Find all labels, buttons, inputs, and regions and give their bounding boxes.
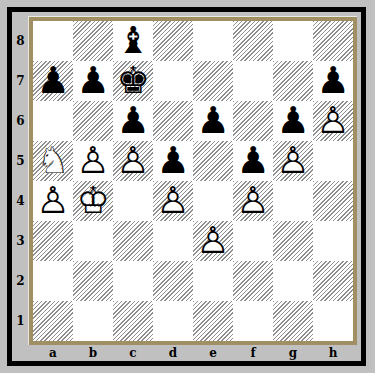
file-label-b: b [73,346,113,360]
square-b7[interactable]: ♟ [73,61,113,101]
white-pawn-piece[interactable]: ♟♙ [153,181,193,221]
black-pawn-piece[interactable]: ♟ [273,101,313,141]
square-a3[interactable] [33,221,73,261]
square-e4[interactable] [193,181,233,221]
white-pawn-piece[interactable]: ♟♙ [193,221,233,261]
file-labels: abcdefgh [33,346,353,360]
pawn-solid-layer-icon: ♟ [113,100,153,140]
square-d7[interactable] [153,61,193,101]
king-outline-layer-icon: ♔ [73,180,113,220]
square-f4[interactable]: ♟♙ [233,181,273,221]
black-pawn-piece[interactable]: ♟ [113,101,153,141]
square-h6[interactable]: ♟♙ [313,101,353,141]
file-label-h: h [313,346,353,360]
square-g7[interactable] [273,61,313,101]
square-b3[interactable] [73,221,113,261]
white-knight-piece[interactable]: ♞♘ [33,141,73,181]
pawn-solid-layer-icon: ♟ [33,60,73,100]
white-king-piece[interactable]: ♚♔ [73,181,113,221]
chess-diagram: 87654321 abcdefgh ♝♟♟♚♟♟♟♟♟♙♞♘♟♙♟♙♟♟♟♙♟♙… [0,0,375,373]
board-frame: ♝♟♟♚♟♟♟♟♟♙♞♘♟♙♟♙♟♟♟♙♟♙♚♔♟♙♟♙♟♙ [29,17,357,345]
square-c3[interactable] [113,221,153,261]
square-c1[interactable] [113,301,153,341]
square-a7[interactable]: ♟ [33,61,73,101]
square-g3[interactable] [273,221,313,261]
black-pawn-piece[interactable]: ♟ [233,141,273,181]
black-king-piece[interactable]: ♚ [113,61,153,101]
square-b2[interactable] [73,261,113,301]
pawn-solid-layer-icon: ♟ [73,60,113,100]
square-c2[interactable] [113,261,153,301]
square-b1[interactable] [73,301,113,341]
square-a6[interactable] [33,101,73,141]
black-pawn-piece[interactable]: ♟ [33,61,73,101]
pawn-outline-layer-icon: ♙ [113,140,153,180]
square-d5[interactable]: ♟ [153,141,193,181]
white-pawn-piece[interactable]: ♟♙ [273,141,313,181]
file-label-e: e [193,346,233,360]
square-c6[interactable]: ♟ [113,101,153,141]
pawn-solid-layer-icon: ♟ [273,100,313,140]
square-g1[interactable] [273,301,313,341]
square-a4[interactable]: ♟♙ [33,181,73,221]
square-h7[interactable]: ♟ [313,61,353,101]
square-h2[interactable] [313,261,353,301]
rank-label-7: 7 [12,61,29,101]
pawn-outline-layer-icon: ♙ [33,180,73,220]
square-b8[interactable] [73,21,113,61]
square-f1[interactable] [233,301,273,341]
square-h5[interactable] [313,141,353,181]
rank-labels: 87654321 [12,21,29,341]
square-h8[interactable] [313,21,353,61]
rank-label-5: 5 [12,141,29,181]
square-d2[interactable] [153,261,193,301]
square-e8[interactable] [193,21,233,61]
white-pawn-piece[interactable]: ♟♙ [113,141,153,181]
pawn-solid-layer-icon: ♟ [313,60,353,100]
file-label-g: g [273,346,313,360]
white-pawn-piece[interactable]: ♟♙ [313,101,353,141]
square-d8[interactable] [153,21,193,61]
square-d4[interactable]: ♟♙ [153,181,193,221]
square-g4[interactable] [273,181,313,221]
white-pawn-piece[interactable]: ♟♙ [233,181,273,221]
rank-label-1: 1 [12,301,29,341]
square-g5[interactable]: ♟♙ [273,141,313,181]
square-f2[interactable] [233,261,273,301]
square-a2[interactable] [33,261,73,301]
file-label-d: d [153,346,193,360]
square-g8[interactable] [273,21,313,61]
rank-label-4: 4 [12,181,29,221]
bishop-solid-layer-icon: ♝ [113,20,153,60]
file-label-a: a [33,346,73,360]
square-f6[interactable] [233,101,273,141]
black-pawn-piece[interactable]: ♟ [193,101,233,141]
pawn-outline-layer-icon: ♙ [233,180,273,220]
rank-label-6: 6 [12,101,29,141]
knight-outline-layer-icon: ♘ [33,140,73,180]
square-h1[interactable] [313,301,353,341]
square-c8[interactable]: ♝ [113,21,153,61]
square-a8[interactable] [33,21,73,61]
square-c5[interactable]: ♟♙ [113,141,153,181]
black-bishop-piece[interactable]: ♝ [113,21,153,61]
square-d6[interactable] [153,101,193,141]
rank-label-2: 2 [12,261,29,301]
pawn-solid-layer-icon: ♟ [233,140,273,180]
pawn-outline-layer-icon: ♙ [313,100,353,140]
pawn-outline-layer-icon: ♙ [153,180,193,220]
square-f3[interactable] [233,221,273,261]
square-h4[interactable] [313,181,353,221]
pawn-solid-layer-icon: ♟ [153,140,193,180]
rank-label-3: 3 [12,221,29,261]
black-pawn-piece[interactable]: ♟ [153,141,193,181]
square-c4[interactable] [113,181,153,221]
square-f5[interactable]: ♟ [233,141,273,181]
white-pawn-piece[interactable]: ♟♙ [33,181,73,221]
square-d1[interactable] [153,301,193,341]
square-c7[interactable]: ♚ [113,61,153,101]
chess-board: ♝♟♟♚♟♟♟♟♟♙♞♘♟♙♟♙♟♟♟♙♟♙♚♔♟♙♟♙♟♙ [33,21,353,341]
rank-label-8: 8 [12,21,29,61]
square-e5[interactable] [193,141,233,181]
square-e6[interactable]: ♟ [193,101,233,141]
square-b5[interactable]: ♟♙ [73,141,113,181]
square-e3[interactable]: ♟♙ [193,221,233,261]
square-a1[interactable] [33,301,73,341]
square-f7[interactable] [233,61,273,101]
square-f8[interactable] [233,21,273,61]
square-e7[interactable] [193,61,233,101]
pawn-outline-layer-icon: ♙ [73,140,113,180]
file-label-f: f [233,346,273,360]
pawn-solid-layer-icon: ♟ [193,100,233,140]
square-g6[interactable]: ♟ [273,101,313,141]
square-h3[interactable] [313,221,353,261]
square-g2[interactable] [273,261,313,301]
white-pawn-piece[interactable]: ♟♙ [73,141,113,181]
pawn-outline-layer-icon: ♙ [273,140,313,180]
pawn-outline-layer-icon: ♙ [193,220,233,260]
square-e1[interactable] [193,301,233,341]
square-b6[interactable] [73,101,113,141]
black-pawn-piece[interactable]: ♟ [73,61,113,101]
square-e2[interactable] [193,261,233,301]
king-solid-layer-icon: ♚ [113,60,153,100]
file-label-c: c [113,346,153,360]
square-b4[interactable]: ♚♔ [73,181,113,221]
black-pawn-piece[interactable]: ♟ [313,61,353,101]
square-d3[interactable] [153,221,193,261]
square-a5[interactable]: ♞♘ [33,141,73,181]
